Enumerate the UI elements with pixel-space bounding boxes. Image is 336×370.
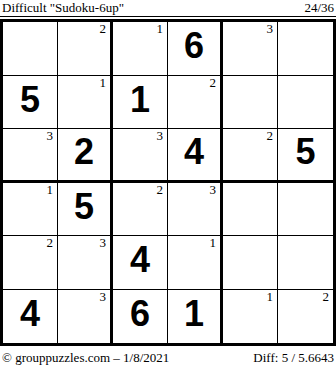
- cell-r3c3[interactable]: 3: [113, 129, 168, 183]
- cell-r3c1[interactable]: 3: [3, 129, 58, 183]
- corner-mark: 2: [267, 129, 274, 143]
- corner-mark: 1: [267, 290, 274, 304]
- cell-r2c1[interactable]: 5: [3, 76, 58, 130]
- cell-r1c5[interactable]: 3: [223, 22, 278, 76]
- header: Difficult "Sudoku-6up" 24/36: [0, 0, 336, 17]
- cell-value: 5: [295, 134, 315, 170]
- corner-mark: 2: [47, 236, 54, 250]
- corner-mark: 1: [157, 22, 164, 36]
- cell-r6c2[interactable]: 3: [58, 290, 113, 344]
- cell-value: 1: [184, 296, 204, 332]
- cell-r5c1[interactable]: 2: [3, 236, 58, 290]
- cell-value: 5: [20, 82, 40, 118]
- cell-r3c5[interactable]: 2: [223, 129, 278, 183]
- cell-value: 4: [20, 296, 40, 332]
- copyright-text: © grouppuzzles.com – 1/8/2021: [2, 350, 169, 365]
- corner-mark: 2: [157, 183, 164, 197]
- puzzle-counter: 24/36: [304, 1, 334, 15]
- cell-r2c6[interactable]: [278, 76, 333, 130]
- cell-value: 6: [184, 28, 204, 64]
- corner-mark: 2: [100, 22, 107, 36]
- puzzle-title: Difficult "Sudoku-6up": [2, 1, 124, 15]
- cell-r2c3[interactable]: 1: [113, 76, 168, 130]
- cell-r3c4[interactable]: 4: [168, 129, 223, 183]
- cell-r1c1[interactable]: [3, 22, 58, 76]
- cell-value: 2: [74, 134, 94, 170]
- corner-mark: 1: [100, 76, 107, 90]
- cell-r2c5[interactable]: [223, 76, 278, 130]
- corner-mark: 1: [47, 183, 54, 197]
- cell-value: 4: [184, 134, 204, 170]
- sudoku-board: 2163511232342515232341436112: [0, 19, 336, 346]
- cell-r2c2[interactable]: 1: [58, 76, 113, 130]
- corner-mark: 3: [47, 129, 54, 143]
- footer: © grouppuzzles.com – 1/8/2021 Diff: 5 / …: [0, 346, 336, 365]
- cell-r6c1[interactable]: 4: [3, 290, 58, 344]
- corner-mark: 3: [100, 236, 107, 250]
- cell-r5c4[interactable]: 1: [168, 236, 223, 290]
- cell-r6c4[interactable]: 1: [168, 290, 223, 344]
- difficulty-text: Diff: 5 / 5.6643: [253, 350, 334, 365]
- cell-r5c5[interactable]: [223, 236, 278, 290]
- cell-r4c5[interactable]: [223, 183, 278, 237]
- cell-r6c6[interactable]: 2: [278, 290, 333, 344]
- cell-r1c6[interactable]: [278, 22, 333, 76]
- cell-r5c6[interactable]: [278, 236, 333, 290]
- puzzle-page: Difficult "Sudoku-6up" 24/36 21635112323…: [0, 0, 336, 370]
- cell-r3c6[interactable]: 5: [278, 129, 333, 183]
- cell-value: 4: [130, 242, 150, 278]
- cell-r3c2[interactable]: 2: [58, 129, 113, 183]
- cell-value: 6: [130, 296, 150, 332]
- cell-r1c2[interactable]: 2: [58, 22, 113, 76]
- corner-mark: 1: [210, 236, 217, 250]
- cell-r6c5[interactable]: 1: [223, 290, 278, 344]
- cell-r5c2[interactable]: 3: [58, 236, 113, 290]
- cell-r5c3[interactable]: 4: [113, 236, 168, 290]
- corner-mark: 2: [210, 76, 217, 90]
- corner-mark: 2: [323, 290, 330, 304]
- cell-value: 5: [74, 189, 94, 225]
- cell-r2c4[interactable]: 2: [168, 76, 223, 130]
- cell-r4c4[interactable]: 3: [168, 183, 223, 237]
- corner-mark: 3: [100, 290, 107, 304]
- cell-r1c4[interactable]: 6: [168, 22, 223, 76]
- cell-r6c3[interactable]: 6: [113, 290, 168, 344]
- corner-mark: 3: [267, 22, 274, 36]
- cell-r4c6[interactable]: [278, 183, 333, 237]
- cell-r4c1[interactable]: 1: [3, 183, 58, 237]
- cell-r1c3[interactable]: 1: [113, 22, 168, 76]
- corner-mark: 3: [210, 183, 217, 197]
- cell-r4c2[interactable]: 5: [58, 183, 113, 237]
- cell-r4c3[interactable]: 2: [113, 183, 168, 237]
- corner-mark: 3: [157, 129, 164, 143]
- cell-value: 1: [130, 82, 150, 118]
